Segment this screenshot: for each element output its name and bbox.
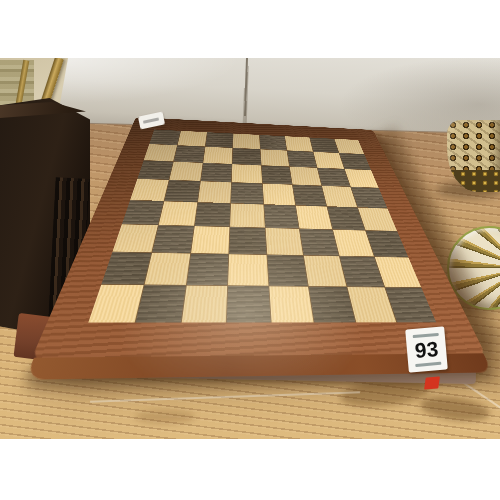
- square: [232, 164, 262, 183]
- lot-label: 93: [405, 326, 448, 372]
- square: [130, 179, 168, 201]
- square: [170, 162, 203, 181]
- photo-frame: 93: [0, 0, 500, 500]
- square: [260, 149, 289, 166]
- lot-number: 93: [414, 338, 439, 362]
- square: [159, 201, 198, 225]
- square: [137, 161, 173, 180]
- square: [285, 136, 313, 151]
- square: [230, 203, 264, 227]
- square: [191, 226, 229, 254]
- square: [201, 163, 232, 182]
- square: [304, 256, 347, 287]
- square: [198, 181, 231, 202]
- table-stain: [135, 410, 195, 424]
- square: [195, 202, 231, 226]
- square: [262, 184, 294, 205]
- square: [174, 145, 205, 162]
- square: [187, 253, 229, 285]
- square: [261, 166, 291, 185]
- square: [113, 224, 158, 252]
- square: [182, 286, 228, 323]
- square: [152, 225, 194, 253]
- square: [149, 129, 180, 145]
- square: [165, 180, 201, 202]
- lot-label-smallprint-bottom: [415, 361, 441, 366]
- inventory-tag-ink: [143, 117, 159, 123]
- square: [267, 255, 308, 286]
- square: [233, 148, 261, 165]
- square: [145, 253, 191, 285]
- square: [290, 167, 322, 186]
- square: [136, 285, 186, 322]
- square: [269, 286, 313, 322]
- red-sticker: [424, 377, 440, 390]
- square: [233, 134, 260, 149]
- square: [122, 200, 164, 224]
- square: [144, 144, 177, 161]
- square: [178, 131, 207, 147]
- square: [203, 147, 232, 164]
- square: [230, 227, 267, 254]
- square: [231, 183, 263, 204]
- square: [227, 286, 270, 323]
- square: [287, 151, 317, 168]
- square: [259, 135, 286, 150]
- square: [228, 254, 268, 285]
- square: [292, 185, 326, 206]
- square: [296, 205, 332, 229]
- square: [265, 228, 302, 255]
- auction-photo: 93: [0, 58, 500, 439]
- square: [206, 132, 233, 148]
- square: [264, 204, 299, 228]
